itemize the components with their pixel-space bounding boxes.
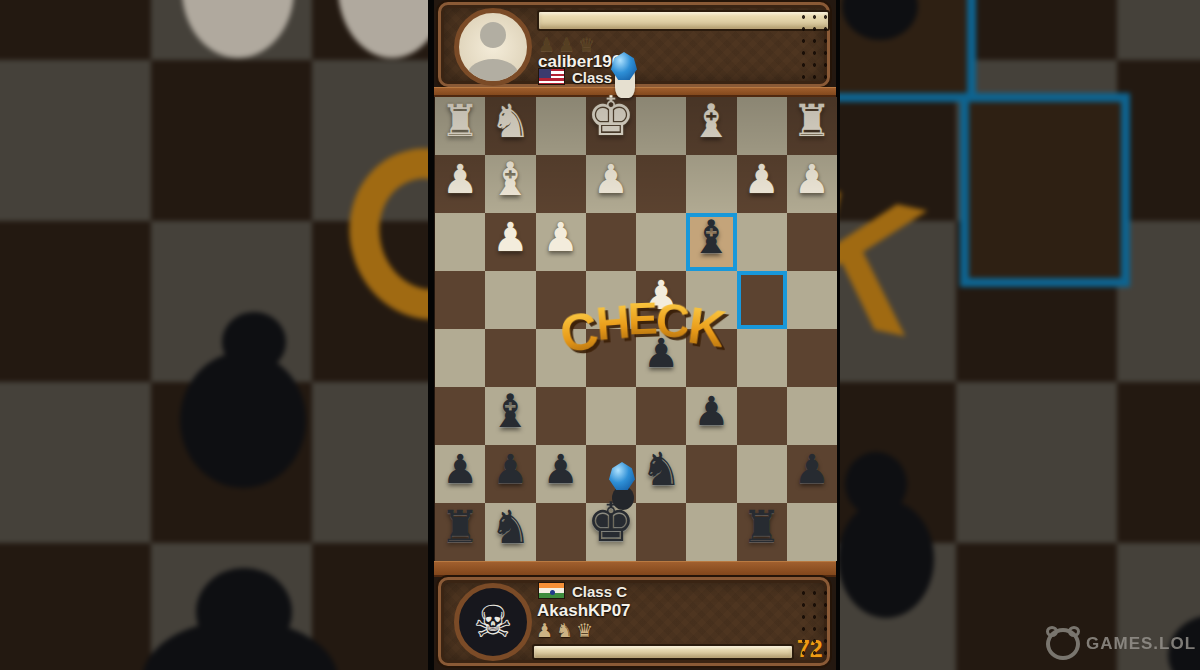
black-bishop-c3[interactable]: ♝	[686, 208, 736, 266]
check-banner-letter: C	[557, 304, 601, 361]
phone-screen: ♟♟♛ caliber1960 Class ♜♞♚♝♜♟♝♟♟♟♟♟♝♟♟♝♟♟…	[428, 0, 840, 670]
india-flag-icon	[538, 582, 565, 599]
black-knight-g8[interactable]: ♞	[485, 498, 535, 556]
captured-piece-icon: ♟	[536, 621, 553, 640]
board-square-d1[interactable]	[636, 97, 686, 155]
person-silhouette-icon	[480, 22, 506, 48]
board-square-f8[interactable]	[536, 503, 586, 561]
board-square-a8[interactable]	[787, 503, 837, 561]
player-name: AkashKP07	[537, 601, 631, 621]
player-panel: ☠ Class C AkashKP07 ♟♞♛ 72	[438, 577, 830, 666]
board-square-d3[interactable]	[636, 213, 686, 271]
background-highlight-square	[960, 93, 1130, 287]
board-square-c8[interactable]	[686, 503, 736, 561]
game-screen: ♟♟♛ caliber1960 Class ♜♞♚♝♜♟♝♟♟♟♟♟♝♟♟♝♟♟…	[434, 0, 836, 670]
white-knight-g1[interactable]: ♞	[485, 92, 535, 150]
board-square-e6[interactable]	[586, 387, 636, 445]
board-square-h4[interactable]	[435, 271, 485, 329]
board-square-f2[interactable]	[536, 155, 586, 213]
black-pawn-c6[interactable]: ♟	[686, 382, 736, 440]
board-square-b6[interactable]	[737, 387, 787, 445]
black-pawn-a7[interactable]: ♟	[787, 440, 837, 498]
black-bishop-g6[interactable]: ♝	[485, 382, 535, 440]
board-square-b1[interactable]	[737, 97, 787, 155]
screenshot-stage: K GAMES.LOL ♟♟♛ caliber1960	[0, 0, 1200, 670]
board-square-a3[interactable]	[787, 213, 837, 271]
black-knight-d7[interactable]: ♞	[636, 440, 686, 498]
captured-piece-icon: ♞	[556, 621, 573, 640]
board-square-h3[interactable]	[435, 213, 485, 271]
board-square-e3[interactable]	[586, 213, 636, 271]
white-rook-a1[interactable]: ♜	[787, 92, 837, 150]
board-square-a4[interactable]	[787, 271, 837, 329]
person-silhouette-icon	[468, 59, 518, 86]
player-timer-bar	[532, 644, 794, 660]
white-pawn-b2[interactable]: ♟	[737, 150, 787, 208]
board-square-d6[interactable]	[636, 387, 686, 445]
player-avatar[interactable]: ☠	[454, 583, 532, 661]
black-rook-b8[interactable]: ♜	[737, 498, 787, 556]
board-square-d2[interactable]	[636, 155, 686, 213]
board-square-f6[interactable]	[536, 387, 586, 445]
board-square-h5[interactable]	[435, 329, 485, 387]
board-square-g5[interactable]	[485, 329, 535, 387]
board-square-a5[interactable]	[787, 329, 837, 387]
black-pawn-f7[interactable]: ♟	[536, 440, 586, 498]
board-square-b7[interactable]	[737, 445, 787, 503]
check-banner-letter: E	[627, 296, 657, 342]
board-square-f1[interactable]	[536, 97, 586, 155]
black-rook-h8[interactable]: ♜	[435, 498, 485, 556]
white-bishop-c1[interactable]: ♝	[686, 92, 736, 150]
black-pawn-g7[interactable]: ♟	[485, 440, 535, 498]
board-square-c2[interactable]	[686, 155, 736, 213]
check-banner-letter: C	[655, 296, 689, 344]
panel-dots-decoration	[798, 11, 830, 83]
player-class: Class C	[572, 583, 627, 600]
opponent-timer-bar	[537, 10, 830, 31]
games-lol-watermark: GAMES.LOL	[1046, 628, 1196, 660]
white-pawn-g3[interactable]: ♟	[485, 208, 535, 266]
background-black-piece-blob	[180, 352, 306, 488]
captured-piece-icon: ♛	[576, 621, 593, 640]
board-bottom-rail	[434, 561, 836, 577]
white-bishop-g2[interactable]: ♝	[485, 150, 535, 208]
check-banner-letter: K	[685, 299, 727, 355]
skull-icon: ☠	[473, 600, 512, 644]
games-lol-mascot-icon	[1046, 628, 1080, 660]
games-lol-watermark-text: GAMES.LOL	[1086, 634, 1196, 654]
board-square-d8[interactable]	[636, 503, 686, 561]
white-pawn-h2[interactable]: ♟	[435, 150, 485, 208]
white-rook-h1[interactable]: ♜	[435, 92, 485, 150]
black-pawn-h7[interactable]: ♟	[435, 440, 485, 498]
white-pawn-a2[interactable]: ♟	[787, 150, 837, 208]
check-banner: CHECK	[548, 293, 736, 351]
check-banner-letter: H	[594, 298, 630, 348]
board-square-b3[interactable]	[737, 213, 787, 271]
panel-dots-decoration	[798, 587, 830, 663]
opponent-class: Class	[572, 69, 612, 86]
opponent-avatar[interactable]	[454, 8, 532, 86]
background-black-piece-blob	[838, 500, 934, 618]
player-captured-tray: ♟♞♛	[536, 621, 593, 640]
board-square-b5[interactable]	[737, 329, 787, 387]
board-square-c7[interactable]	[686, 445, 736, 503]
us-flag-icon	[538, 68, 565, 85]
white-pawn-f3[interactable]: ♟	[536, 208, 586, 266]
board-square-b4[interactable]	[737, 271, 787, 329]
board-square-g4[interactable]	[485, 271, 535, 329]
white-pawn-e2[interactable]: ♟	[586, 150, 636, 208]
board-square-h6[interactable]	[435, 387, 485, 445]
board-square-a6[interactable]	[787, 387, 837, 445]
